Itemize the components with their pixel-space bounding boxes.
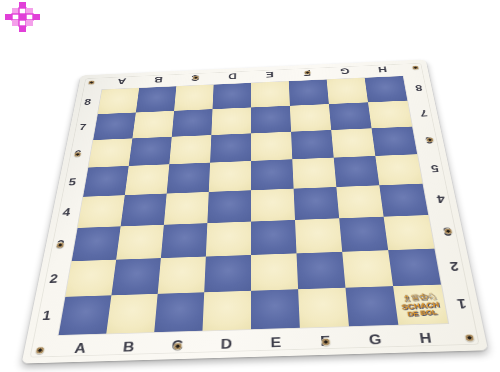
square-f3[interactable] [295, 218, 342, 253]
magenta-ornament-icon [5, 2, 41, 34]
square-a6[interactable] [88, 138, 132, 167]
square-g6[interactable] [331, 128, 375, 157]
square-a1[interactable] [59, 295, 112, 335]
file-label-top-h: H [363, 61, 403, 78]
square-h4[interactable] [379, 184, 428, 217]
rank-label-right-8: 8 [404, 75, 435, 101]
brand-logo-text-2: DE BOL [407, 309, 438, 317]
rank-label-left-8: 8 [73, 90, 102, 116]
square-e1[interactable] [251, 289, 300, 329]
grommet-12 [464, 334, 475, 342]
file-label-top-g: G [325, 62, 364, 79]
grommet-3 [304, 70, 311, 75]
square-g8[interactable] [327, 78, 368, 104]
square-a3[interactable] [72, 226, 121, 261]
file-label-bottom-a: A [54, 334, 106, 362]
grommet-4 [411, 65, 419, 70]
square-f7[interactable] [290, 104, 331, 132]
square-a4[interactable] [78, 195, 125, 228]
square-b6[interactable] [129, 137, 172, 166]
file-label-bottom-e: E [251, 329, 301, 357]
square-a2[interactable] [65, 260, 116, 297]
rank-label-left-4: 4 [49, 197, 83, 229]
square-h7[interactable] [368, 101, 412, 129]
square-b2[interactable] [111, 258, 160, 295]
square-h8[interactable] [365, 76, 408, 102]
square-a8[interactable] [98, 88, 139, 114]
square-b7[interactable] [132, 111, 174, 139]
square-c2[interactable] [158, 257, 206, 294]
square-d2[interactable] [204, 255, 251, 292]
rank-label-right-7: 7 [408, 99, 440, 126]
file-label-top-d: D [214, 68, 252, 85]
square-d4[interactable] [207, 190, 251, 223]
grommet-9 [35, 346, 45, 354]
square-e7[interactable] [251, 106, 291, 134]
rank-label-right-2: 2 [435, 248, 473, 285]
photo-background: AA88BB77CC66DD55EE44FF33GG22HH11 ♗♕♔♘ SC… [0, 0, 500, 372]
file-label-top-e: E [251, 66, 289, 83]
square-h5[interactable] [375, 154, 422, 185]
square-c5[interactable] [167, 163, 210, 194]
square-b5[interactable] [125, 164, 170, 195]
square-h3[interactable] [384, 215, 435, 250]
square-f4[interactable] [294, 187, 340, 220]
square-g4[interactable] [336, 185, 383, 218]
square-b4[interactable] [121, 194, 167, 227]
grommet-6 [425, 137, 433, 142]
square-d8[interactable] [213, 83, 252, 109]
square-g7[interactable] [329, 102, 372, 130]
square-d6[interactable] [210, 133, 251, 162]
square-c6[interactable] [169, 135, 211, 164]
square-h6[interactable] [372, 127, 418, 156]
rank-label-right-5: 5 [418, 153, 452, 184]
rank-label-right-4: 4 [423, 182, 458, 214]
square-e4[interactable] [251, 189, 295, 222]
square-h2[interactable] [388, 249, 441, 287]
grommet-1 [87, 80, 94, 84]
square-d5[interactable] [209, 161, 251, 192]
grommet-10 [173, 342, 182, 350]
square-f8[interactable] [289, 80, 329, 106]
file-label-bottom-b: B [103, 333, 155, 361]
chess-board [59, 76, 448, 335]
square-e8[interactable] [251, 81, 290, 107]
grommet-11 [321, 338, 330, 346]
chess-mat: AA88BB77CC66DD55EE44FF33GG22HH11 ♗♕♔♘ SC… [22, 60, 488, 364]
square-f6[interactable] [291, 130, 334, 159]
square-g3[interactable] [339, 217, 388, 252]
brand-logo: ♗♕♔♘ SCHACH DE BOL [392, 284, 449, 326]
square-a7[interactable] [93, 113, 136, 141]
square-f2[interactable] [297, 252, 346, 289]
square-e5[interactable] [251, 159, 294, 190]
square-f1[interactable] [298, 288, 349, 328]
square-g2[interactable] [342, 250, 393, 287]
square-e6[interactable] [251, 132, 292, 161]
file-label-top-b: B [139, 71, 178, 88]
square-c8[interactable] [174, 85, 214, 111]
square-a5[interactable] [83, 166, 129, 197]
square-e3[interactable] [251, 220, 296, 255]
square-b1[interactable] [106, 294, 157, 334]
file-label-bottom-d: D [201, 330, 251, 358]
coordinate-labels: AA88BB77CC66DD55EE44FF33GG22HH11 [81, 60, 426, 76]
square-g5[interactable] [334, 156, 380, 187]
mat-perspective-wrapper: AA88BB77CC66DD55EE44FF33GG22HH11 ♗♕♔♘ SC… [22, 60, 488, 364]
grommet-8 [443, 228, 452, 234]
square-f5[interactable] [292, 158, 336, 189]
rank-label-left-7: 7 [67, 114, 97, 141]
square-g1[interactable] [345, 286, 398, 326]
square-b3[interactable] [116, 225, 164, 260]
square-d7[interactable] [211, 107, 251, 135]
square-d1[interactable] [202, 291, 251, 331]
rank-label-left-5: 5 [56, 168, 89, 198]
grommet-2 [192, 75, 199, 79]
square-c7[interactable] [172, 109, 213, 137]
file-label-bottom-g: G [349, 326, 402, 355]
file-label-top-a: A [102, 73, 141, 90]
square-e2[interactable] [251, 253, 298, 290]
square-c4[interactable] [164, 192, 209, 225]
square-d3[interactable] [206, 222, 251, 257]
square-b8[interactable] [136, 86, 176, 112]
file-label-bottom-h: H [398, 324, 453, 353]
square-c1[interactable] [154, 292, 204, 332]
square-c3[interactable] [161, 223, 207, 258]
